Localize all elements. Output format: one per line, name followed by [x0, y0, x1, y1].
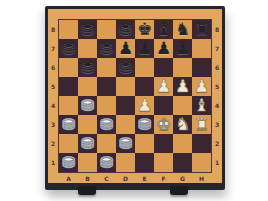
black-checker-stack-piece[interactable]: ⛃ [116, 20, 135, 39]
square-a4[interactable] [59, 96, 78, 115]
black-knight-piece[interactable]: ♞ [173, 20, 192, 39]
white-checker-stack-piece[interactable]: ⛃ [116, 134, 135, 153]
square-a1[interactable]: ⛃ [59, 153, 78, 172]
square-b1[interactable] [78, 153, 97, 172]
black-pawn-piece[interactable]: ♟ [116, 39, 135, 58]
rank-label-left-3: 3 [49, 115, 57, 134]
file-label-e: E [135, 175, 154, 182]
square-f1[interactable] [154, 153, 173, 172]
white-checker-stack-piece[interactable]: ⛃ [59, 115, 78, 134]
white-checker-stack-piece[interactable]: ⛃ [97, 115, 116, 134]
white-pawn-piece[interactable]: ♟ [135, 96, 154, 115]
square-h6[interactable] [192, 58, 211, 77]
square-f3[interactable]: ♚ [154, 115, 173, 134]
rank-label-left-5: 5 [49, 77, 57, 96]
rank-label-right-4: 4 [213, 96, 221, 115]
rank-label-right-5: 5 [213, 77, 221, 96]
file-label-g: G [173, 175, 192, 182]
white-rook-piece[interactable]: ♜ [192, 115, 211, 134]
square-b4[interactable]: ⛃ [78, 96, 97, 115]
white-checker-stack-piece[interactable]: ⛃ [78, 134, 97, 153]
rank-label-left-1: 1 [49, 153, 57, 172]
square-g3[interactable]: ♞ [173, 115, 192, 134]
square-g5[interactable]: ♟ [173, 77, 192, 96]
black-checker-stack-piece[interactable]: ⛃ [59, 39, 78, 58]
white-checker-stack-piece[interactable]: ⛃ [78, 96, 97, 115]
square-c6[interactable] [97, 58, 116, 77]
square-h7[interactable] [192, 39, 211, 58]
square-a3[interactable]: ⛃ [59, 115, 78, 134]
file-label-h: H [192, 175, 211, 182]
white-bishop-piece[interactable]: ♝ [192, 96, 211, 115]
square-f7[interactable]: ♟ [154, 39, 173, 58]
file-label-d: D [116, 175, 135, 182]
black-pawn-piece[interactable]: ♟ [135, 39, 154, 58]
white-pawn-piece[interactable]: ♟ [192, 77, 211, 96]
square-c3[interactable]: ⛃ [97, 115, 116, 134]
file-label-c: C [97, 175, 116, 182]
square-a2[interactable] [59, 134, 78, 153]
rank-label-right-1: 1 [213, 153, 221, 172]
square-d8[interactable]: ⛃ [116, 20, 135, 39]
square-b2[interactable]: ⛃ [78, 134, 97, 153]
square-f4[interactable] [154, 96, 173, 115]
square-g8[interactable]: ♞ [173, 20, 192, 39]
square-g6[interactable] [173, 58, 192, 77]
board-grid: ⛃⛃♚♝♞♜⛃⛃♟♟♟♟⛃⛃♟♟♟⛃♟♝⛃⛃⛃♚♞♜⛃⛃⛃⛃ [59, 20, 211, 172]
square-d2[interactable]: ⛃ [116, 134, 135, 153]
white-knight-piece[interactable]: ♞ [173, 115, 192, 134]
rank-label-left-8: 8 [49, 20, 57, 39]
rank-label-right-8: 8 [213, 20, 221, 39]
black-king-piece[interactable]: ♚ [135, 20, 154, 39]
square-e8[interactable]: ♚ [135, 20, 154, 39]
black-checker-stack-piece[interactable]: ⛃ [78, 20, 97, 39]
white-king-piece[interactable]: ♚ [154, 115, 173, 134]
file-label-f: F [154, 175, 173, 182]
white-checker-stack-piece[interactable]: ⛃ [97, 153, 116, 172]
rank-label-left-6: 6 [49, 58, 57, 77]
chess-board: ⛃⛃♚♝♞♜⛃⛃♟♟♟♟⛃⛃♟♟♟⛃♟♝⛃⛃⛃♚♞♜⛃⛃⛃⛃ ABCDEFGH8… [58, 19, 212, 173]
white-pawn-piece[interactable]: ♟ [173, 77, 192, 96]
square-g4[interactable] [173, 96, 192, 115]
square-d7[interactable]: ♟ [116, 39, 135, 58]
square-g2[interactable] [173, 134, 192, 153]
square-b6[interactable]: ⛃ [78, 58, 97, 77]
square-f2[interactable] [154, 134, 173, 153]
square-b3[interactable] [78, 115, 97, 134]
square-e2[interactable] [135, 134, 154, 153]
square-f5[interactable]: ♟ [154, 77, 173, 96]
square-c2[interactable] [97, 134, 116, 153]
rank-label-right-7: 7 [213, 39, 221, 58]
white-checker-stack-piece[interactable]: ⛃ [135, 115, 154, 134]
square-a6[interactable] [59, 58, 78, 77]
square-b8[interactable]: ⛃ [78, 20, 97, 39]
rank-label-right-2: 2 [213, 134, 221, 153]
file-label-b: B [78, 175, 97, 182]
rank-label-left-7: 7 [49, 39, 57, 58]
rank-label-left-2: 2 [49, 134, 57, 153]
box-latch-right[interactable] [170, 186, 188, 195]
black-checker-stack-piece[interactable]: ⛃ [97, 39, 116, 58]
rank-label-right-3: 3 [213, 115, 221, 134]
square-e7[interactable]: ♟ [135, 39, 154, 58]
black-pawn-piece[interactable]: ♟ [154, 39, 173, 58]
square-f8[interactable]: ♝ [154, 20, 173, 39]
square-e1[interactable] [135, 153, 154, 172]
square-d6[interactable]: ⛃ [116, 58, 135, 77]
square-d5[interactable] [116, 77, 135, 96]
square-c7[interactable]: ⛃ [97, 39, 116, 58]
square-b7[interactable] [78, 39, 97, 58]
square-h4[interactable]: ♝ [192, 96, 211, 115]
square-c5[interactable] [97, 77, 116, 96]
square-h5[interactable]: ♟ [192, 77, 211, 96]
square-c1[interactable]: ⛃ [97, 153, 116, 172]
square-d4[interactable] [116, 96, 135, 115]
square-c8[interactable] [97, 20, 116, 39]
square-a8[interactable] [59, 20, 78, 39]
square-a5[interactable] [59, 77, 78, 96]
black-pawn-piece[interactable]: ♟ [173, 39, 192, 58]
square-f6[interactable] [154, 58, 173, 77]
square-d1[interactable] [116, 153, 135, 172]
white-checker-stack-piece[interactable]: ⛃ [59, 153, 78, 172]
rank-label-right-6: 6 [213, 58, 221, 77]
square-h2[interactable] [192, 134, 211, 153]
black-bishop-piece[interactable]: ♝ [154, 20, 173, 39]
square-e6[interactable] [135, 58, 154, 77]
rank-label-left-4: 4 [49, 96, 57, 115]
square-c4[interactable] [97, 96, 116, 115]
chess-board-box: ⛃⛃♚♝♞♜⛃⛃♟♟♟♟⛃⛃♟♟♟⛃♟♝⛃⛃⛃♚♞♜⛃⛃⛃⛃ ABCDEFGH8… [45, 6, 225, 190]
square-h8[interactable]: ♜ [192, 20, 211, 39]
white-pawn-piece[interactable]: ♟ [154, 77, 173, 96]
black-rook-piece[interactable]: ♜ [192, 20, 211, 39]
black-checker-stack-piece[interactable]: ⛃ [116, 58, 135, 77]
file-label-a: A [59, 175, 78, 182]
box-latch-left[interactable] [78, 186, 96, 195]
square-g7[interactable]: ♟ [173, 39, 192, 58]
product-photo-scene: ⛃⛃♚♝♞♜⛃⛃♟♟♟♟⛃⛃♟♟♟⛃♟♝⛃⛃⛃♚♞♜⛃⛃⛃⛃ ABCDEFGH8… [0, 0, 268, 201]
square-e5[interactable] [135, 77, 154, 96]
square-h3[interactable]: ♜ [192, 115, 211, 134]
square-h1[interactable] [192, 153, 211, 172]
square-e3[interactable]: ⛃ [135, 115, 154, 134]
square-e4[interactable]: ♟ [135, 96, 154, 115]
square-a7[interactable]: ⛃ [59, 39, 78, 58]
black-checker-stack-piece[interactable]: ⛃ [78, 58, 97, 77]
square-b5[interactable] [78, 77, 97, 96]
square-d3[interactable] [116, 115, 135, 134]
square-g1[interactable] [173, 153, 192, 172]
